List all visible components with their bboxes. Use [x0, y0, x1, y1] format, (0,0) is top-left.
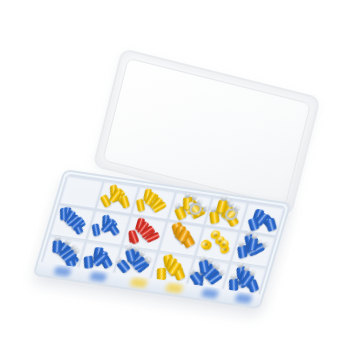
product-photo-scene — [0, 0, 360, 360]
compartment-r1c1 — [60, 176, 102, 208]
metal-terminal-end — [237, 262, 243, 268]
terminal-piece — [91, 223, 100, 237]
metal-terminal-end — [238, 241, 245, 247]
metal-terminal-end — [115, 257, 123, 264]
terminal-piece — [52, 240, 62, 253]
front-wall-reflection — [234, 293, 252, 304]
front-wall-reflection — [201, 288, 219, 299]
metal-terminal-end — [243, 266, 250, 272]
front-wall-reflection — [129, 277, 147, 288]
terminal-piece — [120, 195, 130, 209]
metal-terminal-end — [189, 269, 197, 276]
front-wall-reflection — [53, 266, 71, 277]
metal-terminal-end — [200, 256, 207, 262]
front-wall-reflection — [89, 271, 107, 282]
metal-terminal-end — [262, 242, 269, 249]
metal-terminal-end — [174, 203, 181, 210]
metal-terminal-end — [251, 234, 258, 239]
compartment-r1c4 — [169, 192, 211, 224]
metal-terminal-end — [230, 274, 236, 280]
compartment-r2c6 — [232, 231, 275, 265]
compartment-r2c1 — [51, 204, 94, 238]
compartment-r1c2 — [97, 181, 139, 213]
front-wall-reflection — [165, 283, 183, 294]
metal-terminal-end — [54, 236, 60, 241]
metal-terminal-end — [64, 239, 72, 246]
compartment-r1c5 — [205, 197, 247, 229]
metal-terminal-end — [184, 192, 190, 198]
metal-terminal-end — [245, 230, 252, 236]
terminal-piece — [265, 217, 277, 232]
compartment-r2c2 — [87, 210, 130, 244]
compartment-r2c4 — [160, 221, 203, 255]
metal-terminal-end — [249, 270, 257, 277]
metal-terminal-end — [218, 269, 225, 276]
compartment-r1c3 — [133, 187, 175, 219]
